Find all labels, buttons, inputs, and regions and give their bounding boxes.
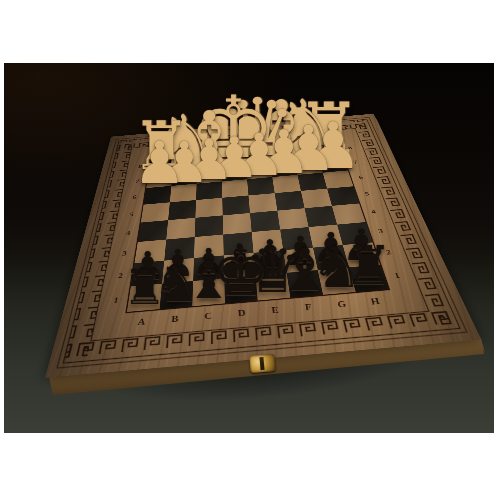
square-e2 xyxy=(253,250,286,275)
square-e3 xyxy=(252,230,284,253)
rank-label-left-4: 4 xyxy=(116,223,140,244)
file-label-b: B xyxy=(158,308,193,330)
square-b1 xyxy=(160,281,194,309)
square-f1 xyxy=(287,270,323,298)
square-d3 xyxy=(223,232,253,255)
square-a2 xyxy=(131,261,164,287)
square-e4 xyxy=(250,211,280,232)
square-c4 xyxy=(195,215,223,237)
chess-board: ABCDEFGH8877665544332211 xyxy=(45,114,480,378)
square-f2 xyxy=(283,248,318,273)
rank-label-left-1: 1 xyxy=(102,287,130,315)
square-d2 xyxy=(224,253,256,278)
square-c1 xyxy=(192,278,225,306)
brass-latch xyxy=(249,354,275,373)
square-c3 xyxy=(194,235,224,258)
square-c2 xyxy=(193,255,224,281)
rank-label-left-2: 2 xyxy=(107,263,133,288)
file-label-h: H xyxy=(356,291,395,312)
square-a3 xyxy=(134,240,166,264)
square-b4 xyxy=(166,218,195,240)
file-label-a: A xyxy=(124,311,160,333)
rank-label-left-5: 5 xyxy=(120,205,142,225)
file-label-f: F xyxy=(291,297,328,318)
file-label-e: E xyxy=(258,300,294,321)
square-b3 xyxy=(164,237,194,261)
rank-label-left-3: 3 xyxy=(112,242,137,265)
file-label-c: C xyxy=(192,305,226,327)
square-a1 xyxy=(127,284,162,312)
file-label-d: D xyxy=(225,303,259,325)
file-label-g: G xyxy=(323,294,361,315)
square-b2 xyxy=(162,258,194,284)
square-f3 xyxy=(280,227,313,250)
rank-label-left-6: 6 xyxy=(124,188,145,206)
photo: ABCDEFGH8877665544332211 xyxy=(4,63,494,433)
square-d1 xyxy=(224,276,257,304)
square-f4 xyxy=(277,208,308,229)
square-e1 xyxy=(255,273,290,301)
product-photo-stage: ABCDEFGH8877665544332211 ♜♞♝♚♛♝♞♜♟♟♟♟♟♟♟… xyxy=(0,0,500,500)
square-d4 xyxy=(223,213,252,235)
